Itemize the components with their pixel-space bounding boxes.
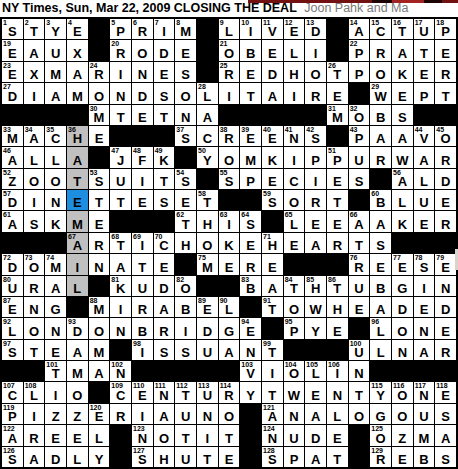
cell-r11c16[interactable]: 76R <box>349 254 370 274</box>
cell-r5c14[interactable]: 42S <box>305 126 326 146</box>
cell-r0c5[interactable]: 5P <box>110 19 131 39</box>
cell-r2c3[interactable]: A <box>67 62 88 82</box>
cell-r9c0[interactable]: 61A <box>2 211 23 231</box>
cell-r5c18[interactable]: A <box>392 126 413 146</box>
cell-r14c8[interactable]: I <box>175 318 196 338</box>
cell-r14c5[interactable]: N <box>110 318 131 338</box>
cell-r0c10[interactable]: 9L <box>219 19 240 39</box>
cell-r17c17[interactable]: 115Y <box>370 382 391 402</box>
cell-r13c9[interactable]: 89E <box>197 297 218 317</box>
cell-r3c20[interactable]: T <box>435 83 456 103</box>
cell-r18c7[interactable]: A <box>154 404 175 424</box>
cell-r15c10[interactable]: A <box>219 340 240 360</box>
cell-r18c10[interactable]: O <box>219 404 240 424</box>
cell-r13c13[interactable]: O <box>284 297 305 317</box>
cell-r17c5[interactable]: 109C <box>110 382 131 402</box>
cell-r18c0[interactable]: 119P <box>2 404 23 424</box>
cell-r15c4[interactable]: M <box>89 340 110 360</box>
cell-r17c0[interactable]: 107C <box>2 382 23 402</box>
cell-r15c11[interactable]: N <box>240 340 261 360</box>
cell-r17c18[interactable]: 116O <box>392 382 413 402</box>
cell-r10c11[interactable]: E <box>240 233 261 253</box>
cell-r10c15[interactable]: R <box>327 233 348 253</box>
cell-r17c3[interactable]: O <box>67 382 88 402</box>
cell-r1c16[interactable]: 22P <box>349 40 370 60</box>
cell-r19c1[interactable]: R <box>24 425 45 445</box>
cell-r9c16[interactable]: 66A <box>349 211 370 231</box>
cell-r1c3[interactable]: X <box>67 40 88 60</box>
cell-r6c15[interactable]: 51P <box>327 147 348 167</box>
cell-r8c7[interactable]: S <box>154 190 175 210</box>
cell-r6c18[interactable]: W <box>392 147 413 167</box>
cell-r7c18[interactable]: 56A <box>392 169 413 189</box>
cell-r17c15[interactable]: N <box>327 382 348 402</box>
cell-r19c18[interactable]: Z <box>392 425 413 445</box>
cell-r2c19[interactable]: E <box>414 62 435 82</box>
cell-r1c8[interactable]: E <box>175 40 196 60</box>
cell-r12c0[interactable]: 80U <box>2 276 23 296</box>
cell-r11c10[interactable]: E <box>219 254 240 274</box>
cell-r7c0[interactable]: 52Z <box>2 169 23 189</box>
cell-r0c6[interactable]: 6R <box>132 19 153 39</box>
cell-r3c0[interactable]: 27D <box>2 83 23 103</box>
cell-r15c7[interactable]: S <box>154 340 175 360</box>
cell-r14c6[interactable]: B <box>132 318 153 338</box>
cell-r9c3[interactable]: M <box>67 211 88 231</box>
cell-r7c3[interactable]: T <box>67 169 88 189</box>
cell-r15c19[interactable]: A <box>414 340 435 360</box>
cell-r3c19[interactable]: P <box>414 83 435 103</box>
cell-r18c15[interactable]: L <box>327 404 348 424</box>
cell-r11c6[interactable]: T <box>132 254 153 274</box>
cell-r3c2[interactable]: A <box>45 83 66 103</box>
cell-r20c3[interactable]: L <box>67 447 88 467</box>
cell-r20c8[interactable]: U <box>175 447 196 467</box>
cell-r1c20[interactable]: E <box>435 40 456 60</box>
cell-r1c14[interactable]: I <box>305 40 326 60</box>
cell-r2c13[interactable]: H <box>284 62 305 82</box>
cell-r17c16[interactable]: T <box>349 382 370 402</box>
cell-r2c18[interactable]: K <box>392 62 413 82</box>
cell-r1c7[interactable]: D <box>154 40 175 60</box>
cell-r6c7[interactable]: 49K <box>154 147 175 167</box>
cell-r14c0[interactable]: 92L <box>2 318 23 338</box>
cell-r12c18[interactable]: G <box>392 276 413 296</box>
cell-r16c3[interactable]: M <box>67 361 88 381</box>
cell-r19c13[interactable]: U <box>284 425 305 445</box>
cell-r0c16[interactable]: 14A <box>349 19 370 39</box>
cell-r4c15[interactable]: 31M <box>327 105 348 125</box>
cell-r17c14[interactable]: E <box>305 382 326 402</box>
cell-r18c17[interactable]: G <box>370 404 391 424</box>
cell-r13c6[interactable]: R <box>132 297 153 317</box>
cell-r13c18[interactable]: D <box>392 297 413 317</box>
cell-r1c19[interactable]: T <box>414 40 435 60</box>
cell-r20c9[interactable]: T <box>197 447 218 467</box>
cell-r20c15[interactable]: T <box>327 447 348 467</box>
cell-r4c18[interactable]: S <box>392 105 413 125</box>
cell-r12c1[interactable]: R <box>24 276 45 296</box>
cell-r7c16[interactable]: S <box>349 169 370 189</box>
cell-r14c15[interactable]: E <box>327 318 348 338</box>
cell-r10c9[interactable]: O <box>197 233 218 253</box>
cell-r3c11[interactable]: T <box>240 83 261 103</box>
cell-r6c10[interactable]: O <box>219 147 240 167</box>
cell-r9c2[interactable]: K <box>45 211 66 231</box>
cell-r3c18[interactable]: E <box>392 83 413 103</box>
cell-r11c3[interactable]: I <box>67 254 88 274</box>
cell-r12c16[interactable]: U <box>349 276 370 296</box>
cell-r5c0[interactable]: 33M <box>2 126 23 146</box>
cell-r20c1[interactable]: A <box>24 447 45 467</box>
cell-r8c1[interactable]: I <box>24 190 45 210</box>
cell-r0c13[interactable]: 12E <box>284 19 305 39</box>
cell-r2c5[interactable]: I <box>110 62 131 82</box>
cell-r13c7[interactable]: A <box>154 297 175 317</box>
cell-r3c9[interactable]: 28L <box>197 83 218 103</box>
cell-r9c19[interactable]: E <box>414 211 435 231</box>
cell-r0c11[interactable]: 10I <box>240 19 261 39</box>
cell-r4c6[interactable]: E <box>132 105 153 125</box>
cell-r10c16[interactable]: T <box>349 233 370 253</box>
cell-r19c6[interactable]: 123N <box>132 425 153 445</box>
cell-r12c14[interactable]: 85H <box>305 276 326 296</box>
cell-r2c4[interactable]: 24R <box>89 62 110 82</box>
cell-r9c4[interactable]: E <box>89 211 110 231</box>
cell-r12c11[interactable]: 83B <box>240 276 261 296</box>
cell-r18c8[interactable]: U <box>175 404 196 424</box>
cell-r2c11[interactable]: E <box>240 62 261 82</box>
cell-r13c19[interactable]: E <box>414 297 435 317</box>
cell-r20c0[interactable]: 126S <box>2 447 23 467</box>
cell-r7c13[interactable]: C <box>284 169 305 189</box>
cell-r15c20[interactable]: R <box>435 340 456 360</box>
cell-r1c17[interactable]: R <box>370 40 391 60</box>
cell-r0c8[interactable]: 8M <box>175 19 196 39</box>
cell-r14c19[interactable]: N <box>414 318 435 338</box>
cell-r0c20[interactable]: 18P <box>435 19 456 39</box>
cell-r9c11[interactable]: 64S <box>240 211 261 231</box>
cell-r18c3[interactable]: Z <box>67 404 88 424</box>
cell-r17c8[interactable]: 112T <box>175 382 196 402</box>
cell-r9c13[interactable]: 65L <box>284 211 305 231</box>
cell-r14c11[interactable]: 94E <box>240 318 261 338</box>
cell-r8c13[interactable]: O <box>284 190 305 210</box>
cell-r8c2[interactable]: N <box>45 190 66 210</box>
cell-r12c8[interactable]: 82O <box>175 276 196 296</box>
cell-r1c10[interactable]: 21O <box>219 40 240 60</box>
cell-r10c7[interactable]: 70C <box>154 233 175 253</box>
cell-r0c0[interactable]: 1S <box>2 19 23 39</box>
cell-r12c12[interactable]: A <box>262 276 283 296</box>
cell-r16c5[interactable]: 102N <box>110 361 131 381</box>
cell-r12c5[interactable]: 81K <box>110 276 131 296</box>
cell-r6c20[interactable]: R <box>435 147 456 167</box>
cell-r13c16[interactable]: E <box>349 297 370 317</box>
cell-r20c10[interactable]: E <box>219 447 240 467</box>
cell-r5c13[interactable]: 41N <box>284 126 305 146</box>
cell-r8c20[interactable]: E <box>435 190 456 210</box>
cell-r0c3[interactable]: 4E <box>67 19 88 39</box>
cell-r13c12[interactable]: 91T <box>262 297 283 317</box>
cell-r7c2[interactable]: O <box>45 169 66 189</box>
cell-r20c12[interactable]: 128S <box>262 447 283 467</box>
cell-r2c0[interactable]: 23E <box>2 62 23 82</box>
cell-r18c19[interactable]: U <box>414 404 435 424</box>
cell-r18c4[interactable]: 120E <box>89 404 110 424</box>
cell-r7c1[interactable]: O <box>24 169 45 189</box>
cell-r12c17[interactable]: B <box>370 276 391 296</box>
cell-r8c17[interactable]: 60B <box>370 190 391 210</box>
cell-r18c20[interactable]: S <box>435 404 456 424</box>
cell-r19c20[interactable]: A <box>435 425 456 445</box>
cell-r19c7[interactable]: O <box>154 425 175 445</box>
cell-r19c15[interactable]: E <box>327 425 348 445</box>
cell-r11c9[interactable]: 75M <box>197 254 218 274</box>
cell-r2c1[interactable]: X <box>24 62 45 82</box>
cell-r18c12[interactable]: 121A <box>262 404 283 424</box>
cell-r18c13[interactable]: N <box>284 404 305 424</box>
cell-r11c4[interactable]: N <box>89 254 110 274</box>
cell-r12c2[interactable]: A <box>45 276 66 296</box>
cell-r7c7[interactable]: T <box>154 169 175 189</box>
cell-r5c10[interactable]: 38R <box>219 126 240 146</box>
cell-r10c3[interactable]: 67A <box>67 233 88 253</box>
cell-r8c15[interactable]: T <box>327 190 348 210</box>
cell-r3c5[interactable]: N <box>110 83 131 103</box>
cell-r4c8[interactable]: N <box>175 105 196 125</box>
cell-r14c4[interactable]: O <box>89 318 110 338</box>
cell-r17c10[interactable]: 114R <box>219 382 240 402</box>
cell-r10c8[interactable]: H <box>175 233 196 253</box>
cell-r3c4[interactable]: O <box>89 83 110 103</box>
cell-r13c20[interactable]: D <box>435 297 456 317</box>
cell-r10c17[interactable]: S <box>370 233 391 253</box>
cell-r12c13[interactable]: 84T <box>284 276 305 296</box>
cell-r5c12[interactable]: 40E <box>262 126 283 146</box>
cell-r0c12[interactable]: 11V <box>262 19 283 39</box>
cell-r6c19[interactable]: A <box>414 147 435 167</box>
cell-r14c9[interactable]: D <box>197 318 218 338</box>
cell-r17c1[interactable]: 108L <box>24 382 45 402</box>
cell-r13c1[interactable]: N <box>24 297 45 317</box>
cell-r14c20[interactable]: E <box>435 318 456 338</box>
cell-r14c2[interactable]: N <box>45 318 66 338</box>
cell-r14c1[interactable]: O <box>24 318 45 338</box>
cell-r13c8[interactable]: B <box>175 297 196 317</box>
cell-r8c0[interactable]: 57D <box>2 190 23 210</box>
cell-r6c17[interactable]: R <box>370 147 391 167</box>
cell-r12c19[interactable]: I <box>414 276 435 296</box>
cell-r7c12[interactable]: E <box>262 169 283 189</box>
cell-r19c9[interactable]: I <box>197 425 218 445</box>
cell-r9c18[interactable]: K <box>392 211 413 231</box>
cell-r16c13[interactable]: 104O <box>284 361 305 381</box>
cell-r14c3[interactable]: 93D <box>67 318 88 338</box>
cell-r14c17[interactable]: 96L <box>370 318 391 338</box>
cell-r15c16[interactable]: 100U <box>349 340 370 360</box>
cell-r8c14[interactable]: R <box>305 190 326 210</box>
cell-r17c11[interactable]: Y <box>240 382 261 402</box>
cell-r18c1[interactable]: I <box>24 404 45 424</box>
cell-r15c2[interactable]: E <box>45 340 66 360</box>
cell-r17c19[interactable]: 117N <box>414 382 435 402</box>
cell-r2c20[interactable]: R <box>435 62 456 82</box>
cell-r7c6[interactable]: I <box>132 169 153 189</box>
cell-r5c19[interactable]: 44V <box>414 126 435 146</box>
cell-r5c16[interactable]: 43P <box>349 126 370 146</box>
cell-r0c14[interactable]: 13D <box>305 19 326 39</box>
cell-r1c2[interactable]: U <box>45 40 66 60</box>
cell-r16c12[interactable]: I <box>262 361 283 381</box>
cell-r9c10[interactable]: 63I <box>219 211 240 231</box>
cell-r9c8[interactable]: 62T <box>175 211 196 231</box>
cell-r6c12[interactable]: K <box>262 147 283 167</box>
cell-r19c2[interactable]: E <box>45 425 66 445</box>
cell-r5c11[interactable]: 39E <box>240 126 261 146</box>
cell-r6c2[interactable]: L <box>45 147 66 167</box>
cell-r12c15[interactable]: 86T <box>327 276 348 296</box>
cell-r11c17[interactable]: E <box>370 254 391 274</box>
cell-r12c7[interactable]: D <box>154 276 175 296</box>
cell-r19c12[interactable]: 124N <box>262 425 283 445</box>
cell-r5c20[interactable]: 45O <box>435 126 456 146</box>
cell-r6c13[interactable]: I <box>284 147 305 167</box>
cell-r8c4[interactable]: T <box>89 190 110 210</box>
cell-r20c18[interactable]: E <box>392 447 413 467</box>
cell-r9c17[interactable]: A <box>370 211 391 231</box>
cell-r14c14[interactable]: Y <box>305 318 326 338</box>
cell-r3c8[interactable]: O <box>175 83 196 103</box>
cell-r9c1[interactable]: S <box>24 211 45 231</box>
cell-r8c18[interactable]: L <box>392 190 413 210</box>
cell-r2c14[interactable]: O <box>305 62 326 82</box>
cell-r6c5[interactable]: 47J <box>110 147 131 167</box>
cell-r13c2[interactable]: G <box>45 297 66 317</box>
cell-r2c12[interactable]: D <box>262 62 283 82</box>
cell-r3c15[interactable]: E <box>327 83 348 103</box>
cell-r7c10[interactable]: 55S <box>219 169 240 189</box>
cell-r0c18[interactable]: 16T <box>392 19 413 39</box>
cell-r20c14[interactable]: A <box>305 447 326 467</box>
cell-r15c1[interactable]: T <box>24 340 45 360</box>
cell-r3c17[interactable]: 29W <box>370 83 391 103</box>
cell-r15c18[interactable]: N <box>392 340 413 360</box>
cell-r15c3[interactable]: A <box>67 340 88 360</box>
cell-r18c2[interactable]: Z <box>45 404 66 424</box>
cell-r0c2[interactable]: 3Y <box>45 19 66 39</box>
cell-r8c19[interactable]: U <box>414 190 435 210</box>
cell-r13c5[interactable]: I <box>110 297 131 317</box>
cell-r3c10[interactable]: I <box>219 83 240 103</box>
cell-r20c7[interactable]: H <box>154 447 175 467</box>
cell-r1c1[interactable]: A <box>24 40 45 60</box>
cell-r5c3[interactable]: 36H <box>67 126 88 146</box>
cell-r20c17[interactable]: 129R <box>370 447 391 467</box>
cell-r19c8[interactable]: T <box>175 425 196 445</box>
cell-r9c9[interactable]: H <box>197 211 218 231</box>
cell-r15c8[interactable]: S <box>175 340 196 360</box>
cell-r13c10[interactable]: 90L <box>219 297 240 317</box>
cell-r20c20[interactable]: S <box>435 447 456 467</box>
cell-r10c6[interactable]: 69I <box>132 233 153 253</box>
cell-r5c17[interactable]: A <box>370 126 391 146</box>
cell-r16c14[interactable]: 105L <box>305 361 326 381</box>
cell-r18c5[interactable]: R <box>110 404 131 424</box>
cell-r6c9[interactable]: 50Y <box>197 147 218 167</box>
cell-r16c16[interactable]: N <box>349 361 370 381</box>
cell-r15c0[interactable]: 97S <box>2 340 23 360</box>
cell-r0c1[interactable]: 2T <box>24 19 45 39</box>
cell-r3c1[interactable]: I <box>24 83 45 103</box>
cell-r2c15[interactable]: 26T <box>327 62 348 82</box>
cell-r17c7[interactable]: 111N <box>154 382 175 402</box>
cell-r17c9[interactable]: 113U <box>197 382 218 402</box>
cell-r19c0[interactable]: 122A <box>2 425 23 445</box>
cell-r6c0[interactable]: 46A <box>2 147 23 167</box>
cell-r2c8[interactable]: S <box>175 62 196 82</box>
cell-r13c4[interactable]: 88M <box>89 297 110 317</box>
cell-r18c14[interactable]: A <box>305 404 326 424</box>
cell-r13c14[interactable]: W <box>305 297 326 317</box>
cell-r5c1[interactable]: 34A <box>24 126 45 146</box>
cell-r6c14[interactable]: P <box>305 147 326 167</box>
cell-r13c0[interactable]: 87E <box>2 297 23 317</box>
cell-r1c11[interactable]: B <box>240 40 261 60</box>
cell-r18c6[interactable]: I <box>132 404 153 424</box>
cell-r9c15[interactable]: E <box>327 211 348 231</box>
cell-r4c5[interactable]: T <box>110 105 131 125</box>
cell-r13c17[interactable]: A <box>370 297 391 317</box>
cell-r6c3[interactable]: A <box>67 147 88 167</box>
cell-r20c4[interactable]: Y <box>89 447 110 467</box>
cell-r3c13[interactable]: I <box>284 83 305 103</box>
cell-r10c5[interactable]: 68T <box>110 233 131 253</box>
cell-r11c5[interactable]: A <box>110 254 131 274</box>
cell-r7c11[interactable]: P <box>240 169 261 189</box>
cell-r16c11[interactable]: 103V <box>240 361 261 381</box>
cell-r8c6[interactable]: E <box>132 190 153 210</box>
cell-r20c13[interactable]: P <box>284 447 305 467</box>
cell-r3c6[interactable]: D <box>132 83 153 103</box>
cell-r2c7[interactable]: E <box>154 62 175 82</box>
cell-r8c9[interactable]: 58T <box>197 190 218 210</box>
cell-r5c2[interactable]: 35C <box>45 126 66 146</box>
cell-r14c18[interactable]: O <box>392 318 413 338</box>
cell-r1c6[interactable]: O <box>132 40 153 60</box>
cell-r2c16[interactable]: P <box>349 62 370 82</box>
cell-r6c11[interactable]: M <box>240 147 261 167</box>
cell-r15c12[interactable]: 99T <box>262 340 283 360</box>
cell-r10c14[interactable]: A <box>305 233 326 253</box>
cell-r11c0[interactable]: 72D <box>2 254 23 274</box>
cell-r2c10[interactable]: 25R <box>219 62 240 82</box>
cell-r16c4[interactable]: A <box>89 361 110 381</box>
cell-r5c4[interactable]: E <box>89 126 110 146</box>
cell-r15c9[interactable]: U <box>197 340 218 360</box>
cell-r17c2[interactable]: I <box>45 382 66 402</box>
cell-r8c12[interactable]: 59S <box>262 190 283 210</box>
cell-r7c19[interactable]: L <box>414 169 435 189</box>
cell-r17c13[interactable]: W <box>284 382 305 402</box>
cell-r14c7[interactable]: R <box>154 318 175 338</box>
cell-r2c2[interactable]: M <box>45 62 66 82</box>
cell-r1c12[interactable]: E <box>262 40 283 60</box>
cell-r1c18[interactable]: A <box>392 40 413 60</box>
cell-r7c5[interactable]: U <box>110 169 131 189</box>
cell-r11c11[interactable]: R <box>240 254 261 274</box>
cell-r13c15[interactable]: H <box>327 297 348 317</box>
